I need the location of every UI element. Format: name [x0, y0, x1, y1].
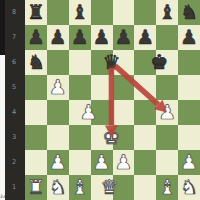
square-a8[interactable]: ♜	[25, 0, 47, 25]
square-g3[interactable]	[156, 125, 178, 150]
rank-label: 8	[5, 0, 23, 25]
square-c6[interactable]	[69, 50, 91, 75]
square-e7[interactable]: ♟	[113, 25, 135, 50]
rank-label: 6	[5, 50, 23, 75]
black-pawn-c7[interactable]: ♟	[69, 25, 91, 50]
square-e6[interactable]: ♛	[113, 50, 135, 75]
rank-label: 4	[5, 100, 23, 125]
square-a6[interactable]: ♞	[25, 50, 47, 75]
rank-label: 3	[5, 125, 23, 150]
rank-label: 5	[5, 75, 23, 100]
square-c3[interactable]	[69, 125, 91, 150]
black-bishop-g8[interactable]: ♝	[156, 0, 178, 25]
white-king-e3[interactable]: ♚	[101, 125, 123, 150]
white-pawn-d4[interactable]: ♟	[78, 100, 100, 125]
square-c1[interactable]: ♝	[69, 175, 91, 200]
square-a4[interactable]	[25, 100, 47, 125]
rank-labels: 87654321	[5, 0, 23, 200]
square-e5[interactable]	[113, 75, 135, 100]
square-h1[interactable]: ♞	[178, 175, 200, 200]
square-a2[interactable]	[25, 150, 47, 175]
square-d8[interactable]	[91, 0, 113, 25]
black-bishop-c8[interactable]: ♝	[69, 0, 91, 25]
black-pawn-h7[interactable]: ♟	[178, 25, 200, 50]
square-g6[interactable]: ♚	[156, 50, 178, 75]
square-d5[interactable]	[91, 75, 113, 100]
rank-label: 7	[5, 25, 23, 50]
square-g1[interactable]: ♝	[156, 175, 178, 200]
rank-label: 1	[5, 175, 23, 200]
black-pawn-d7[interactable]: ♟	[91, 25, 113, 50]
square-a7[interactable]: ♟	[25, 25, 47, 50]
white-pawn-b5[interactable]: ♟	[47, 75, 69, 100]
square-f3[interactable]	[134, 125, 156, 150]
square-d2[interactable]: ♟	[91, 150, 113, 175]
square-b2[interactable]: ♟	[47, 150, 69, 175]
square-e8[interactable]	[113, 0, 135, 25]
square-a5[interactable]	[25, 75, 47, 100]
square-h6[interactable]	[178, 50, 200, 75]
white-pawn-b2[interactable]: ♟	[47, 150, 69, 175]
black-pawn-b7[interactable]: ♟	[47, 25, 69, 50]
square-g2[interactable]	[156, 150, 178, 175]
square-b3[interactable]	[47, 125, 69, 150]
square-d7[interactable]: ♟	[91, 25, 113, 50]
white-knight-h1[interactable]: ♞	[178, 175, 200, 200]
analysis-root: 2.4 87654321 ♜♝♝♞♟♟♟♟♟♟♟♞♛♚♟♟♟♚♟♟♟♟♜♞♝♛♝…	[0, 0, 200, 200]
square-b4[interactable]	[47, 100, 69, 125]
white-pawn-e2[interactable]: ♟	[113, 150, 135, 175]
square-b8[interactable]	[47, 0, 69, 25]
square-h7[interactable]: ♟	[178, 25, 200, 50]
black-pawn-a7[interactable]: ♟	[25, 25, 47, 50]
square-h3[interactable]	[178, 125, 200, 150]
square-h4[interactable]	[178, 100, 200, 125]
square-c2[interactable]	[69, 150, 91, 175]
white-pawn-h2[interactable]: ♟	[178, 150, 200, 175]
black-pawn-e7[interactable]: ♟	[113, 25, 135, 50]
square-g4[interactable]: ♟	[156, 100, 178, 125]
square-f1[interactable]	[134, 175, 156, 200]
square-f2[interactable]	[134, 150, 156, 175]
square-g7[interactable]	[156, 25, 178, 50]
white-bishop-c1[interactable]: ♝	[69, 175, 91, 200]
square-g8[interactable]: ♝	[156, 0, 178, 25]
square-c5[interactable]	[69, 75, 91, 100]
white-pawn-g4[interactable]: ♟	[156, 100, 178, 125]
square-f7[interactable]: ♟	[134, 25, 156, 50]
white-rook-a1[interactable]: ♜	[25, 175, 47, 200]
square-f8[interactable]	[134, 0, 156, 25]
square-b7[interactable]: ♟	[47, 25, 69, 50]
black-pawn-f7[interactable]: ♟	[134, 25, 156, 50]
square-c7[interactable]: ♟	[69, 25, 91, 50]
square-d4[interactable]: ♟	[91, 100, 113, 125]
black-king-g6[interactable]: ♚	[148, 50, 170, 75]
square-h8[interactable]: ♞	[178, 0, 200, 25]
white-pawn-d2[interactable]: ♟	[91, 150, 113, 175]
left-sidebar: 2.4 87654321	[0, 0, 25, 200]
square-a1[interactable]: ♜	[25, 175, 47, 200]
square-b5[interactable]: ♟	[47, 75, 69, 100]
square-h2[interactable]: ♟	[178, 150, 200, 175]
black-knight-a6[interactable]: ♞	[25, 50, 47, 75]
white-knight-b1[interactable]: ♞	[47, 175, 69, 200]
square-g5[interactable]	[156, 75, 178, 100]
square-h5[interactable]	[178, 75, 200, 100]
square-c8[interactable]: ♝	[69, 0, 91, 25]
square-f5[interactable]	[134, 75, 156, 100]
black-knight-h8[interactable]: ♞	[178, 0, 200, 25]
black-rook-a8[interactable]: ♜	[25, 0, 47, 25]
black-queen-e6[interactable]: ♛	[101, 50, 123, 75]
square-e3[interactable]: ♚	[113, 125, 135, 150]
white-queen-e1[interactable]: ♛	[99, 175, 121, 200]
chess-board[interactable]: ♜♝♝♞♟♟♟♟♟♟♟♞♛♚♟♟♟♚♟♟♟♟♜♞♝♛♝♞	[25, 0, 200, 200]
square-e4[interactable]	[113, 100, 135, 125]
square-b1[interactable]: ♞	[47, 175, 69, 200]
square-e1[interactable]: ♛	[113, 175, 135, 200]
white-bishop-g1[interactable]: ♝	[156, 175, 178, 200]
rank-label: 2	[5, 150, 23, 175]
square-e2[interactable]: ♟	[113, 150, 135, 175]
square-f4[interactable]	[134, 100, 156, 125]
square-b6[interactable]	[47, 50, 69, 75]
square-a3[interactable]	[25, 125, 47, 150]
